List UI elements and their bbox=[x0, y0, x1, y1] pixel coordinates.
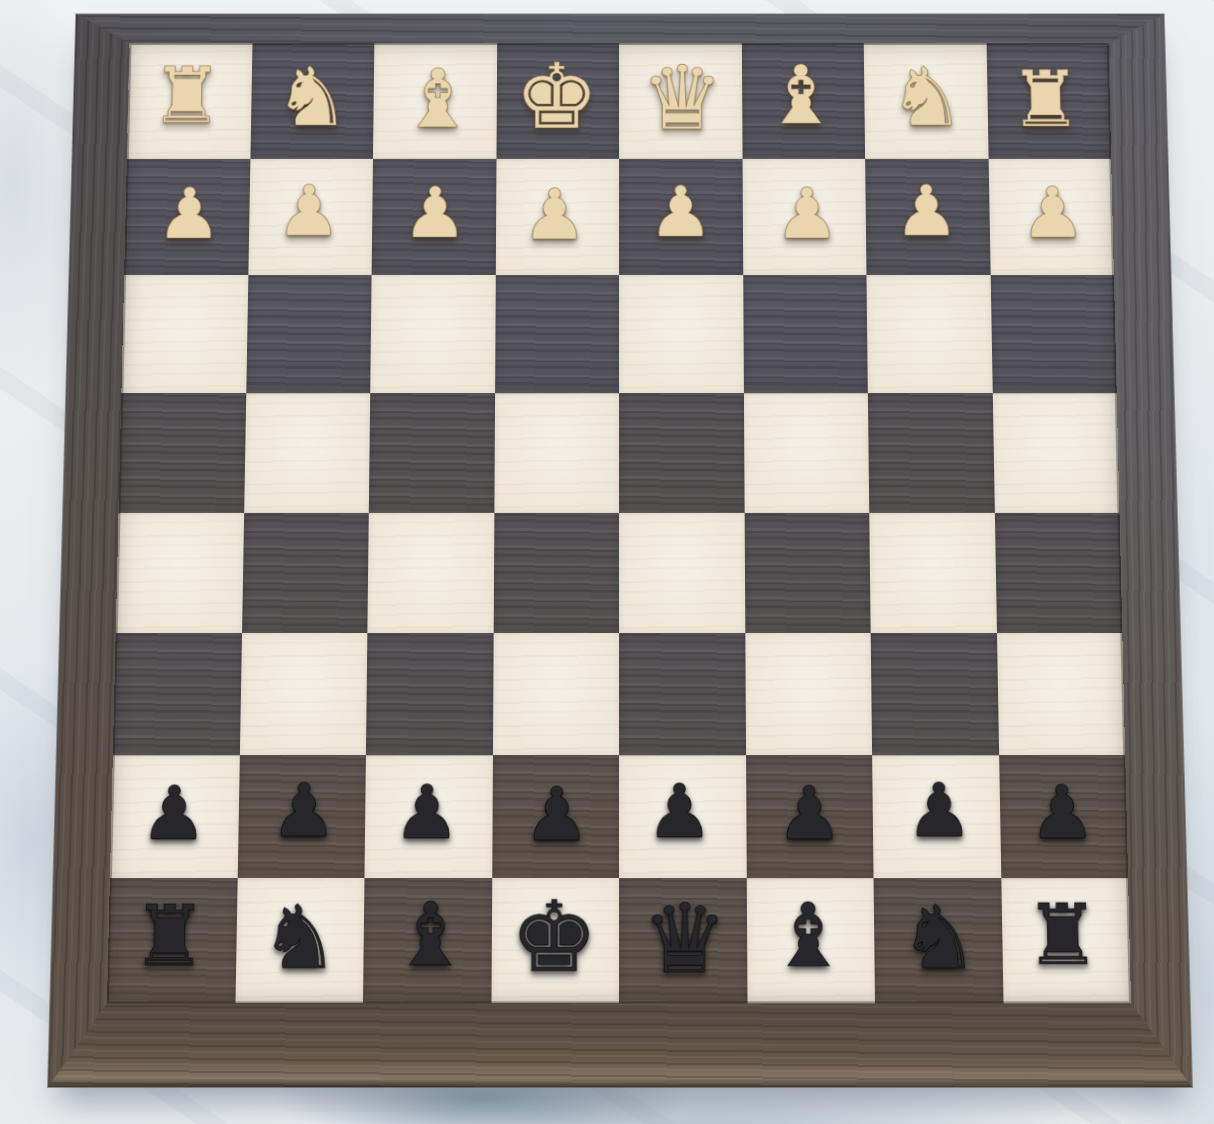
piece-black-rook-a8[interactable]: ♜ bbox=[1024, 893, 1101, 977]
square-h3[interactable] bbox=[121, 275, 248, 393]
square-f4[interactable] bbox=[369, 393, 495, 512]
piece-black-pawn-f7[interactable]: ♟ bbox=[393, 776, 461, 850]
square-f3[interactable] bbox=[370, 275, 495, 393]
square-b2[interactable]: ♟ bbox=[865, 159, 990, 276]
piece-black-pawn-g7[interactable]: ♟ bbox=[270, 774, 338, 848]
square-g3[interactable] bbox=[246, 275, 372, 393]
square-e1[interactable]: ♚ bbox=[496, 43, 619, 158]
piece-white-rook-h1[interactable]: ♜ bbox=[150, 57, 224, 134]
square-f8[interactable]: ♝ bbox=[363, 879, 492, 1004]
square-h1[interactable]: ♜ bbox=[127, 43, 252, 158]
square-d2[interactable]: ♟ bbox=[619, 159, 743, 276]
square-f5[interactable] bbox=[367, 512, 494, 633]
square-a4[interactable] bbox=[992, 393, 1119, 512]
square-d7[interactable]: ♟ bbox=[619, 755, 746, 878]
scene: { "game": "chess", "scene": { "view": "o… bbox=[0, 0, 1214, 1124]
piece-white-queen-d1[interactable]: ♛ bbox=[641, 54, 724, 142]
square-e7[interactable]: ♟ bbox=[492, 755, 619, 878]
square-e3[interactable] bbox=[495, 275, 619, 393]
square-b1[interactable]: ♞ bbox=[864, 43, 988, 158]
square-e2[interactable]: ♟ bbox=[495, 159, 619, 276]
square-d5[interactable] bbox=[619, 512, 745, 633]
piece-white-pawn-f2[interactable]: ♟ bbox=[402, 178, 468, 248]
piece-white-pawn-d2[interactable]: ♟ bbox=[648, 177, 714, 247]
square-h7[interactable]: ♟ bbox=[110, 755, 239, 878]
square-h8[interactable]: ♜ bbox=[107, 879, 237, 1004]
piece-white-pawn-g2[interactable]: ♟ bbox=[275, 176, 341, 246]
piece-white-bishop-c1[interactable]: ♝ bbox=[763, 55, 840, 136]
piece-white-pawn-e2[interactable]: ♟ bbox=[522, 180, 588, 250]
square-d3[interactable] bbox=[619, 275, 743, 393]
square-d6[interactable] bbox=[619, 633, 746, 755]
square-c7[interactable]: ♟ bbox=[746, 755, 874, 878]
square-c2[interactable]: ♟ bbox=[742, 159, 866, 276]
square-g5[interactable] bbox=[242, 512, 369, 633]
square-f6[interactable] bbox=[366, 633, 493, 755]
piece-white-bishop-f1[interactable]: ♝ bbox=[399, 58, 476, 139]
board-frame-bottom bbox=[48, 1003, 1192, 1087]
square-c8[interactable]: ♝ bbox=[746, 879, 875, 1004]
chess-board: ♜♞♝♚♛♝♞♜♟♟♟♟♟♟♟♟♟♟♟♟♟♟♟♟♜♞♝♚♛♝♞♜ bbox=[48, 14, 1192, 1087]
square-h5[interactable] bbox=[116, 512, 244, 633]
square-b4[interactable] bbox=[868, 393, 995, 512]
square-c4[interactable] bbox=[743, 393, 869, 512]
piece-black-knight-b8[interactable]: ♞ bbox=[899, 894, 980, 982]
piece-black-pawn-h7[interactable]: ♟ bbox=[139, 777, 208, 851]
square-d8[interactable]: ♛ bbox=[619, 879, 747, 1004]
board-frame-top bbox=[75, 14, 1164, 43]
piece-white-pawn-b2[interactable]: ♟ bbox=[893, 176, 959, 246]
square-b8[interactable]: ♞ bbox=[874, 879, 1003, 1004]
piece-black-pawn-b7[interactable]: ♟ bbox=[905, 774, 973, 848]
square-c6[interactable] bbox=[745, 633, 872, 755]
square-a2[interactable]: ♟ bbox=[988, 159, 1114, 276]
square-h6[interactable] bbox=[113, 633, 242, 755]
square-g8[interactable]: ♞ bbox=[235, 879, 364, 1004]
square-b3[interactable] bbox=[866, 275, 992, 393]
piece-black-bishop-f8[interactable]: ♝ bbox=[390, 891, 470, 979]
piece-white-pawn-c2[interactable]: ♟ bbox=[774, 179, 840, 249]
square-g2[interactable]: ♟ bbox=[248, 159, 373, 276]
square-f1[interactable]: ♝ bbox=[373, 43, 497, 158]
piece-white-knight-b1[interactable]: ♞ bbox=[888, 57, 965, 138]
square-a1[interactable]: ♜ bbox=[986, 43, 1111, 158]
square-b6[interactable] bbox=[871, 633, 999, 755]
piece-black-bishop-c8[interactable]: ♝ bbox=[769, 892, 849, 980]
square-b7[interactable]: ♟ bbox=[872, 755, 1001, 878]
square-h4[interactable] bbox=[119, 393, 246, 512]
square-a7[interactable]: ♟ bbox=[999, 755, 1128, 878]
square-a3[interactable] bbox=[990, 275, 1116, 393]
square-d4[interactable] bbox=[619, 393, 744, 512]
board-grid: ♜♞♝♚♛♝♞♜♟♟♟♟♟♟♟♟♟♟♟♟♟♟♟♟♜♞♝♚♛♝♞♜ bbox=[107, 43, 1131, 1003]
square-e4[interactable] bbox=[494, 393, 619, 512]
square-d1[interactable]: ♛ bbox=[619, 43, 742, 158]
square-c3[interactable] bbox=[743, 275, 868, 393]
piece-white-pawn-a2[interactable]: ♟ bbox=[1019, 178, 1086, 248]
square-e6[interactable] bbox=[492, 633, 619, 755]
square-c1[interactable]: ♝ bbox=[741, 43, 865, 158]
piece-white-king-e1[interactable]: ♚ bbox=[514, 51, 599, 141]
square-h2[interactable]: ♟ bbox=[124, 159, 250, 276]
piece-black-pawn-a7[interactable]: ♟ bbox=[1028, 776, 1097, 850]
square-g7[interactable]: ♟ bbox=[237, 755, 366, 878]
square-a5[interactable] bbox=[994, 512, 1122, 633]
piece-white-pawn-h2[interactable]: ♟ bbox=[156, 179, 223, 249]
piece-black-pawn-c7[interactable]: ♟ bbox=[775, 777, 843, 851]
square-g4[interactable] bbox=[244, 393, 371, 512]
square-e5[interactable] bbox=[493, 512, 619, 633]
square-g1[interactable]: ♞ bbox=[250, 43, 374, 158]
square-b5[interactable] bbox=[869, 512, 996, 633]
square-c5[interactable] bbox=[744, 512, 871, 633]
square-g6[interactable] bbox=[239, 633, 367, 755]
piece-white-knight-g1[interactable]: ♞ bbox=[274, 57, 351, 138]
square-a8[interactable]: ♜ bbox=[1001, 879, 1131, 1004]
piece-black-pawn-d7[interactable]: ♟ bbox=[646, 775, 713, 849]
piece-white-rook-a1[interactable]: ♜ bbox=[1008, 60, 1082, 137]
square-f2[interactable]: ♟ bbox=[372, 159, 496, 276]
square-a6[interactable] bbox=[997, 633, 1126, 755]
square-e8[interactable]: ♚ bbox=[491, 879, 619, 1004]
piece-black-king-e8[interactable]: ♚ bbox=[510, 888, 598, 986]
piece-black-knight-g8[interactable]: ♞ bbox=[260, 894, 341, 982]
square-f7[interactable]: ♟ bbox=[364, 755, 492, 878]
piece-black-queen-d8[interactable]: ♛ bbox=[642, 891, 729, 987]
piece-black-pawn-e7[interactable]: ♟ bbox=[523, 778, 591, 852]
piece-black-rook-h8[interactable]: ♜ bbox=[131, 894, 208, 978]
